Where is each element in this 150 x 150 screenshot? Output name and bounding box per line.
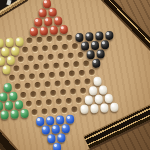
marble-white[interactable] xyxy=(110,103,119,112)
hole[interactable] xyxy=(89,104,100,114)
hole-recess xyxy=(45,99,52,106)
marble-black[interactable] xyxy=(105,31,114,40)
hole-recess xyxy=(26,37,33,44)
hole-recess xyxy=(65,98,72,105)
marble-blue[interactable] xyxy=(57,133,66,142)
hole-recess xyxy=(54,81,61,88)
marble-black[interactable] xyxy=(96,49,105,58)
marble-black[interactable] xyxy=(92,59,101,68)
hole[interactable] xyxy=(91,59,102,69)
hole-recess xyxy=(17,56,24,63)
hole-recess xyxy=(70,89,77,96)
hole-recess xyxy=(60,89,67,96)
hole-recess xyxy=(72,43,79,50)
hole-recess xyxy=(27,55,34,62)
hole-recess xyxy=(88,69,95,76)
hole-recess xyxy=(53,63,60,70)
hole-recess xyxy=(84,79,91,86)
hole-recess xyxy=(73,61,80,68)
marble-white[interactable] xyxy=(100,103,109,112)
marble-green[interactable] xyxy=(10,110,19,119)
chinese-checkers-board xyxy=(0,0,122,150)
marble-green[interactable] xyxy=(0,110,9,119)
hole-recess xyxy=(43,63,50,70)
hole-recess xyxy=(75,97,82,104)
hole[interactable] xyxy=(109,102,120,112)
hole-recess xyxy=(77,52,84,59)
hole-recess xyxy=(67,53,74,60)
hole-recess xyxy=(34,82,41,89)
hole-recess xyxy=(47,54,54,61)
hole-recess xyxy=(33,64,40,71)
hole-recess xyxy=(46,36,53,43)
hole-recess xyxy=(52,45,59,52)
hole-recess xyxy=(63,62,70,69)
hole[interactable] xyxy=(9,109,20,119)
hole-recess xyxy=(9,75,16,82)
hole[interactable] xyxy=(99,103,110,113)
hole-recess xyxy=(80,88,87,95)
hole-recess xyxy=(71,106,78,113)
hole-recess xyxy=(40,91,47,98)
marble-white[interactable] xyxy=(80,105,89,114)
hole-recess xyxy=(35,100,42,107)
hole-recess xyxy=(57,53,64,60)
hole-recess xyxy=(56,35,63,42)
hole-recess xyxy=(51,108,58,115)
hole-recess xyxy=(14,83,21,90)
hole[interactable] xyxy=(104,31,115,41)
hole-recess xyxy=(29,73,36,80)
marble-black[interactable] xyxy=(100,40,109,49)
hole-recess xyxy=(74,79,81,86)
hole-recess xyxy=(68,71,75,78)
hole-recess xyxy=(20,92,27,99)
hole-recess xyxy=(83,61,90,68)
hole-recess xyxy=(49,72,56,79)
photo-scene xyxy=(0,0,150,150)
hole-recess xyxy=(22,47,29,54)
hole[interactable] xyxy=(95,49,106,59)
hole-recess xyxy=(58,71,65,78)
hole-recess xyxy=(24,83,31,90)
marble-blue[interactable] xyxy=(52,143,61,150)
hole-recess xyxy=(41,109,48,116)
marble-blue[interactable] xyxy=(65,115,74,124)
hole-recess xyxy=(36,37,43,44)
marble-white[interactable] xyxy=(90,104,99,113)
hole-recess xyxy=(25,101,32,108)
hole-recess xyxy=(13,65,20,72)
hole-recess xyxy=(61,107,68,114)
hole-recess xyxy=(42,45,49,52)
hole[interactable] xyxy=(56,133,67,143)
hole[interactable] xyxy=(100,40,111,50)
hole-recess xyxy=(32,46,39,53)
hole[interactable] xyxy=(52,142,63,150)
hole-recess xyxy=(30,91,37,98)
hole-recess xyxy=(31,109,38,116)
hole-recess xyxy=(78,70,85,77)
hole-recess xyxy=(55,99,62,106)
hole-recess xyxy=(44,81,51,88)
hole-recess xyxy=(66,35,73,42)
hole[interactable] xyxy=(79,104,90,114)
hole[interactable] xyxy=(19,109,30,119)
hole-recess xyxy=(19,74,26,81)
marble-green[interactable] xyxy=(20,109,29,118)
hole-recess xyxy=(50,90,57,97)
hole[interactable] xyxy=(60,124,71,134)
hole-recess xyxy=(23,65,30,72)
hole-recess xyxy=(62,44,69,51)
hole-recess xyxy=(39,73,46,80)
hole[interactable] xyxy=(69,105,80,115)
hole[interactable] xyxy=(65,115,76,125)
hole-recess xyxy=(37,55,44,62)
hole-recess xyxy=(64,80,71,87)
marble-blue[interactable] xyxy=(61,124,70,133)
